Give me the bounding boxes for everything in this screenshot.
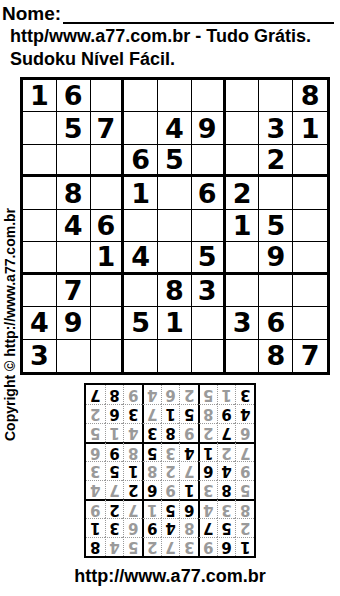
puzzle-cell-r1c2: 6 xyxy=(57,80,91,112)
puzzle-cell-r7c4[interactable] xyxy=(124,275,158,307)
puzzle-cell-r6c7[interactable] xyxy=(226,242,260,274)
solution-cell-r7c6: 3 xyxy=(142,423,161,442)
solution-cell-r2c6: 9 xyxy=(142,518,161,537)
puzzle-cell-r7c5: 8 xyxy=(158,275,192,307)
puzzle-cell-r6c8: 9 xyxy=(259,242,293,274)
puzzle-cell-r6c4: 4 xyxy=(124,242,158,274)
puzzle-cell-r9c6[interactable] xyxy=(192,340,226,372)
solution-cell-r2c3: 7 xyxy=(198,518,217,537)
puzzle-cell-r3c2[interactable] xyxy=(57,145,91,177)
solution-cell-r3c9: 9 xyxy=(86,499,105,518)
puzzle-cell-r8c6[interactable] xyxy=(192,307,226,339)
solution-cell-r8c5: 1 xyxy=(161,404,180,423)
solution-cell-r1c5: 7 xyxy=(161,537,180,556)
puzzle-cell-r1c8[interactable] xyxy=(259,80,293,112)
puzzle-cell-r2c9: 1 xyxy=(293,112,327,144)
solution-cell-r6c4: 4 xyxy=(179,442,198,461)
solution-cell-r2c4: 8 xyxy=(179,518,198,537)
puzzle-cell-r7c3[interactable] xyxy=(91,275,125,307)
solution-cell-r7c8: 1 xyxy=(105,423,124,442)
solution-cell-r3c3: 4 xyxy=(198,499,217,518)
puzzle-cell-r5c6[interactable] xyxy=(192,210,226,242)
solution-cell-r9c7: 9 xyxy=(123,385,142,404)
solution-cell-r7c3: 2 xyxy=(198,423,217,442)
puzzle-cell-r4c1[interactable] xyxy=(23,177,57,209)
puzzle-cell-r8c1: 4 xyxy=(23,307,57,339)
puzzle-cell-r6c3: 1 xyxy=(91,242,125,274)
solution-cell-r1c8: 4 xyxy=(105,537,124,556)
solution-cell-r4c8: 7 xyxy=(105,480,124,499)
puzzle-cell-r1c5[interactable] xyxy=(158,80,192,112)
puzzle-cell-r5c1[interactable] xyxy=(23,210,57,242)
puzzle-cell-r8c2: 9 xyxy=(57,307,91,339)
puzzle-cell-r7c8[interactable] xyxy=(259,275,293,307)
solution-cell-r8c2: 9 xyxy=(217,404,236,423)
solution-cell-r6c7: 8 xyxy=(123,442,142,461)
puzzle-cell-r9c8: 8 xyxy=(259,340,293,372)
puzzle-cell-r8c7: 3 xyxy=(226,307,260,339)
solution-cell-r7c4: 9 xyxy=(179,423,198,442)
puzzle-cell-r7c9[interactable] xyxy=(293,275,327,307)
puzzle-cell-r3c3[interactable] xyxy=(91,145,125,177)
solution-cell-r5c5: 2 xyxy=(161,461,180,480)
solution-cell-r4c9: 4 xyxy=(86,480,105,499)
site-banner-text: http/www.a77.com.br - Tudo Grátis. xyxy=(10,26,311,47)
solution-cell-r6c8: 9 xyxy=(105,442,124,461)
solution-cell-r9c9: 7 xyxy=(86,385,105,404)
puzzle-cell-r9c5[interactable] xyxy=(158,340,192,372)
solution-cell-r8c1: 4 xyxy=(235,404,254,423)
solution-cell-r5c7: 1 xyxy=(123,461,142,480)
solution-cell-r1c3: 9 xyxy=(198,537,217,556)
puzzle-cell-r1c9: 8 xyxy=(293,80,327,112)
solution-cell-r4c4: 1 xyxy=(179,480,198,499)
solution-cell-r8c6: 7 xyxy=(142,404,161,423)
puzzle-cell-r1c7[interactable] xyxy=(226,80,260,112)
solution-cell-r3c8: 2 xyxy=(105,499,124,518)
puzzle-cell-r5c7: 1 xyxy=(226,210,260,242)
puzzle-cell-r2c4[interactable] xyxy=(124,112,158,144)
sudoku-puzzle-grid: 168574931652816246151459783495136387 xyxy=(20,77,330,375)
puzzle-cell-r7c2: 7 xyxy=(57,275,91,307)
puzzle-cell-r8c5: 1 xyxy=(158,307,192,339)
puzzle-cell-r3c6[interactable] xyxy=(192,145,226,177)
puzzle-cell-r4c2: 8 xyxy=(57,177,91,209)
puzzle-cell-r8c4: 5 xyxy=(124,307,158,339)
name-fill-in-line[interactable] xyxy=(63,2,334,24)
puzzle-cell-r3c5: 5 xyxy=(158,145,192,177)
puzzle-cell-r2c8: 3 xyxy=(259,112,293,144)
puzzle-cell-r4c4: 1 xyxy=(124,177,158,209)
puzzle-cell-r5c4[interactable] xyxy=(124,210,158,242)
puzzle-cell-r3c7[interactable] xyxy=(226,145,260,177)
puzzle-cell-r1c3[interactable] xyxy=(91,80,125,112)
solution-cell-r1c1: 1 xyxy=(235,537,254,556)
solution-cell-r3c7: 7 xyxy=(123,499,142,518)
solution-cell-r2c9: 1 xyxy=(86,518,105,537)
puzzle-cell-r3c9[interactable] xyxy=(293,145,327,177)
solution-cell-r1c6: 2 xyxy=(142,537,161,556)
solution-cell-r5c3: 6 xyxy=(198,461,217,480)
solution-cell-r1c4: 3 xyxy=(179,537,198,556)
solution-cell-r8c3: 8 xyxy=(198,404,217,423)
puzzle-cell-r4c7: 2 xyxy=(226,177,260,209)
page-title: Sudoku Nível Fácil. xyxy=(10,49,175,70)
puzzle-cell-r5c8: 5 xyxy=(259,210,293,242)
name-row: Nome: xyxy=(2,2,334,24)
puzzle-cell-r8c3[interactable] xyxy=(91,307,125,339)
solution-cell-r3c4: 6 xyxy=(179,499,198,518)
solution-cell-r2c1: 2 xyxy=(235,518,254,537)
solution-cell-r6c3: 1 xyxy=(198,442,217,461)
puzzle-cell-r6c1[interactable] xyxy=(23,242,57,274)
solution-cell-r8c9: 2 xyxy=(86,404,105,423)
solution-cell-r9c6: 4 xyxy=(142,385,161,404)
solution-cell-r1c9: 8 xyxy=(86,537,105,556)
puzzle-cell-r1c6[interactable] xyxy=(192,80,226,112)
solution-cell-r6c9: 6 xyxy=(86,442,105,461)
puzzle-cell-r9c9: 7 xyxy=(293,340,327,372)
solution-cell-r6c5: 3 xyxy=(161,442,180,461)
puzzle-cell-r1c4[interactable] xyxy=(124,80,158,112)
solution-cell-r4c3: 3 xyxy=(198,480,217,499)
solution-cell-r7c1: 6 xyxy=(235,423,254,442)
solution-cell-r4c6: 6 xyxy=(142,480,161,499)
solution-cell-r5c9: 3 xyxy=(86,461,105,480)
solution-cell-r2c8: 3 xyxy=(105,518,124,537)
puzzle-cell-r3c1[interactable] xyxy=(23,145,57,177)
puzzle-cell-r4c8[interactable] xyxy=(259,177,293,209)
solution-cell-r3c1: 8 xyxy=(235,499,254,518)
solution-cell-r8c7: 3 xyxy=(123,404,142,423)
solution-cell-r8c8: 6 xyxy=(105,404,124,423)
solution-cell-r6c6: 5 xyxy=(142,442,161,461)
solution-cell-r4c1: 5 xyxy=(235,480,254,499)
name-label: Nome: xyxy=(2,4,61,24)
puzzle-cell-r2c7[interactable] xyxy=(226,112,260,144)
puzzle-cell-r9c7[interactable] xyxy=(226,340,260,372)
puzzle-cell-r6c5[interactable] xyxy=(158,242,192,274)
solution-cell-r5c2: 4 xyxy=(217,461,236,480)
solution-cell-r9c5: 6 xyxy=(161,385,180,404)
solution-cell-r4c2: 8 xyxy=(217,480,236,499)
puzzle-cell-r2c2: 5 xyxy=(57,112,91,144)
solution-cell-r9c8: 8 xyxy=(105,385,124,404)
puzzle-cell-r6c6: 5 xyxy=(192,242,226,274)
puzzle-cell-r4c5[interactable] xyxy=(158,177,192,209)
solution-cell-r1c7: 5 xyxy=(123,537,142,556)
solution-cell-r5c1: 9 xyxy=(235,461,254,480)
puzzle-cell-r6c9[interactable] xyxy=(293,242,327,274)
solution-cell-r9c1: 3 xyxy=(235,385,254,404)
solution-cell-r3c6: 1 xyxy=(142,499,161,518)
puzzle-cell-r5c3: 6 xyxy=(91,210,125,242)
puzzle-cell-r3c8: 2 xyxy=(259,145,293,177)
solution-cell-r3c5: 5 xyxy=(161,499,180,518)
puzzle-cell-r9c2[interactable] xyxy=(57,340,91,372)
solution-cell-r7c2: 7 xyxy=(217,423,236,442)
puzzle-cell-r5c9[interactable] xyxy=(293,210,327,242)
solution-cell-r6c1: 7 xyxy=(235,442,254,461)
puzzle-cell-r9c4[interactable] xyxy=(124,340,158,372)
solution-cell-r1c2: 6 xyxy=(217,537,236,556)
solution-cell-r9c4: 2 xyxy=(179,385,198,404)
solution-cell-r2c2: 5 xyxy=(217,518,236,537)
solution-cell-r4c5: 9 xyxy=(161,480,180,499)
puzzle-cell-r2c5: 4 xyxy=(158,112,192,144)
puzzle-cell-r8c8: 6 xyxy=(259,307,293,339)
sudoku-solution-grid-rotated: 1693725482578496318346517295831962749467… xyxy=(84,383,256,558)
solution-cell-r7c7: 4 xyxy=(123,423,142,442)
solution-cell-r6c2: 2 xyxy=(217,442,236,461)
solution-cell-r2c7: 6 xyxy=(123,518,142,537)
solution-cell-r8c4: 5 xyxy=(179,404,198,423)
solution-cell-r5c4: 7 xyxy=(179,461,198,480)
puzzle-cell-r3c4: 6 xyxy=(124,145,158,177)
puzzle-cell-r5c2: 4 xyxy=(57,210,91,242)
copyright-vertical-text: Copyright © http://www.a77.com.br xyxy=(2,208,18,441)
puzzle-cell-r4c6: 6 xyxy=(192,177,226,209)
solution-cell-r5c6: 8 xyxy=(142,461,161,480)
puzzle-cell-r2c6: 9 xyxy=(192,112,226,144)
puzzle-cell-r9c1: 3 xyxy=(23,340,57,372)
puzzle-cell-r7c1[interactable] xyxy=(23,275,57,307)
solution-cell-r7c5: 8 xyxy=(161,423,180,442)
puzzle-cell-r8c9[interactable] xyxy=(293,307,327,339)
solution-cell-r3c2: 3 xyxy=(217,499,236,518)
puzzle-cell-r1c1: 1 xyxy=(23,80,57,112)
solution-cell-r9c3: 5 xyxy=(198,385,217,404)
puzzle-cell-r5c5[interactable] xyxy=(158,210,192,242)
puzzle-cell-r2c1[interactable] xyxy=(23,112,57,144)
puzzle-cell-r2c3: 7 xyxy=(91,112,125,144)
solution-cell-r4c7: 2 xyxy=(123,480,142,499)
footer-url: http://www.a77.com.br xyxy=(0,566,340,587)
puzzle-cell-r6c2[interactable] xyxy=(57,242,91,274)
solution-cell-r7c9: 5 xyxy=(86,423,105,442)
puzzle-cell-r4c9[interactable] xyxy=(293,177,327,209)
solution-cell-r9c2: 1 xyxy=(217,385,236,404)
solution-cell-r5c8: 5 xyxy=(105,461,124,480)
puzzle-cell-r7c6: 3 xyxy=(192,275,226,307)
puzzle-cell-r9c3[interactable] xyxy=(91,340,125,372)
puzzle-cell-r4c3[interactable] xyxy=(91,177,125,209)
solution-cell-r2c5: 4 xyxy=(161,518,180,537)
puzzle-cell-r7c7[interactable] xyxy=(226,275,260,307)
